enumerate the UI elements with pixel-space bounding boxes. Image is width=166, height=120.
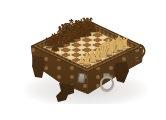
white-rook: ♜: [82, 56, 92, 67]
black-pawn: ♟: [50, 41, 60, 52]
pieces-layer: ♜♞♝♛♚♝♞♜♟♟♟♟♟♟♟♟♟♟♟♟♟♟♟♟♜♞♝♛♚♝♞♜: [0, 0, 166, 120]
chess-set-photo: ♜♞♝♛♚♝♞♜♟♟♟♟♟♟♟♟♟♟♟♟♟♟♟♟♜♞♝♛♚♝♞♜: [0, 0, 166, 120]
